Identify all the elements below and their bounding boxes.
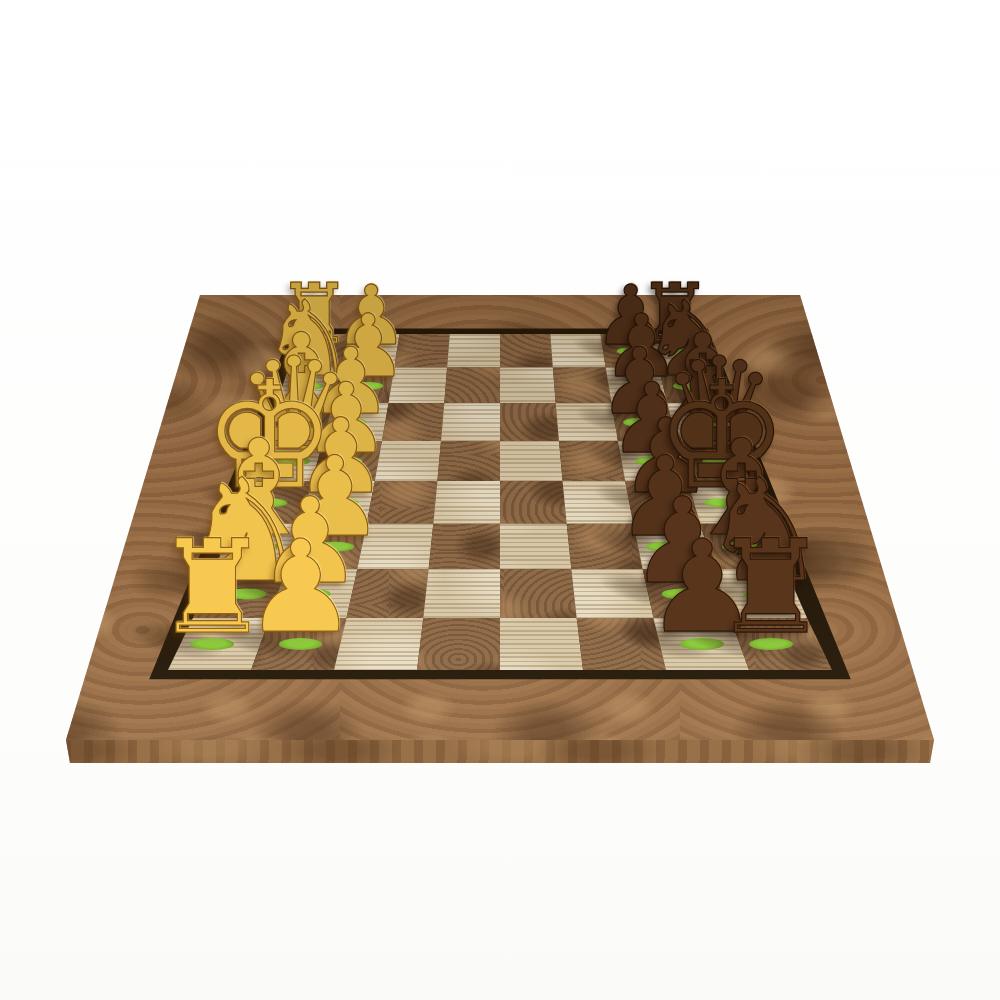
chess-board: ♜♞♝♛♚♝♞♜♟♟♟♟♟♟♟♟♟♟♟♟♟♟♟♟♜♞♝♛♚♝♞♜ (0, 0, 1000, 1000)
piece-black-rook-h8[interactable]: ♜ (713, 522, 829, 651)
piece-white-pawn-h2[interactable]: ♟ (243, 524, 357, 652)
product-photo: ♜♞♝♛♚♝♞♜♟♟♟♟♟♟♟♟♟♟♟♟♟♟♟♟♜♞♝♛♚♝♞♜ (0, 0, 1000, 1000)
